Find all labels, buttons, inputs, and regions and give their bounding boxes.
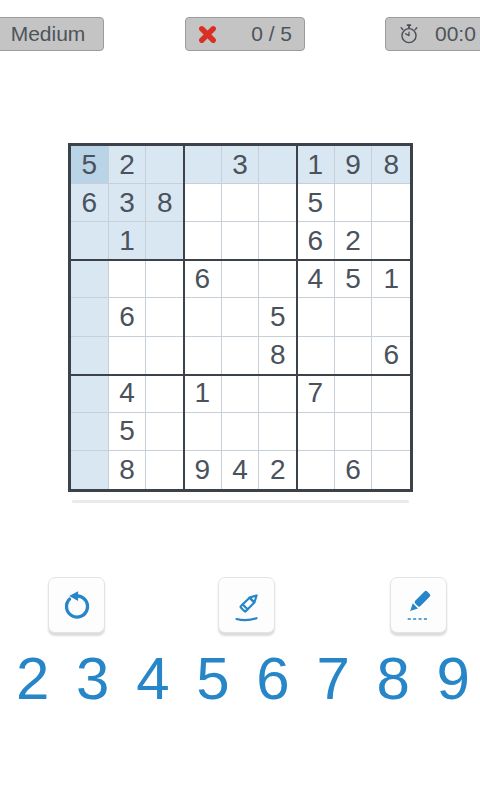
cell-r6c5[interactable] xyxy=(222,337,260,375)
difficulty-button[interactable]: Medium xyxy=(0,17,104,51)
cell-r3c2[interactable]: 1 xyxy=(109,222,147,260)
cell-r7c1[interactable] xyxy=(71,375,109,413)
cell-r8c7[interactable] xyxy=(297,413,335,451)
cell-r2c8[interactable] xyxy=(335,184,373,222)
cell-r3c4[interactable] xyxy=(184,222,222,260)
cell-r6c8[interactable] xyxy=(335,337,373,375)
digit-7-button[interactable]: 7 xyxy=(316,646,349,712)
cell-r1c1[interactable]: 5 xyxy=(71,146,109,184)
cell-r5c6[interactable]: 5 xyxy=(259,298,297,336)
cell-r4c3[interactable] xyxy=(146,260,184,298)
cell-r4c9[interactable]: 1 xyxy=(372,260,410,298)
pencil-button[interactable] xyxy=(390,577,447,633)
cell-r5c3[interactable] xyxy=(146,298,184,336)
cell-r9c9[interactable] xyxy=(372,451,410,489)
cell-r3c5[interactable] xyxy=(222,222,260,260)
cell-r5c8[interactable] xyxy=(335,298,373,336)
board-shadow xyxy=(72,500,409,503)
sudoku-board: 523198638516264516586417589426 xyxy=(68,143,413,492)
cell-r2c3[interactable]: 8 xyxy=(146,184,184,222)
cell-r5c4[interactable] xyxy=(184,298,222,336)
cell-r7c3[interactable] xyxy=(146,375,184,413)
eraser-button[interactable] xyxy=(218,577,275,633)
cell-r9c2[interactable]: 8 xyxy=(109,451,147,489)
cell-r3c7[interactable]: 6 xyxy=(297,222,335,260)
cell-r5c5[interactable] xyxy=(222,298,260,336)
mistakes-value: 0 / 5 xyxy=(251,22,292,46)
box-border-vertical-1 xyxy=(183,146,185,489)
cell-r1c4[interactable] xyxy=(184,146,222,184)
cell-r4c2[interactable] xyxy=(109,260,147,298)
cell-r7c6[interactable] xyxy=(259,375,297,413)
timer: 00:0 xyxy=(385,17,480,51)
cell-r6c9[interactable]: 6 xyxy=(372,337,410,375)
cell-r2c7[interactable]: 5 xyxy=(297,184,335,222)
digit-5-button[interactable]: 5 xyxy=(196,646,229,712)
cell-r1c9[interactable]: 8 xyxy=(372,146,410,184)
cell-r1c7[interactable]: 1 xyxy=(297,146,335,184)
cell-r7c8[interactable] xyxy=(335,375,373,413)
digit-4-button[interactable]: 4 xyxy=(136,646,169,712)
timer-value: 00:0 xyxy=(435,22,476,46)
cell-r9c5[interactable]: 4 xyxy=(222,451,260,489)
cell-r6c4[interactable] xyxy=(184,337,222,375)
cell-r9c1[interactable] xyxy=(71,451,109,489)
cell-r5c1[interactable] xyxy=(71,298,109,336)
cell-r8c1[interactable] xyxy=(71,413,109,451)
cell-r3c1[interactable] xyxy=(71,222,109,260)
cell-r4c7[interactable]: 4 xyxy=(297,260,335,298)
cell-r9c4[interactable]: 9 xyxy=(184,451,222,489)
difficulty-label: Medium xyxy=(11,22,86,46)
cell-r5c9[interactable] xyxy=(372,298,410,336)
box-border-horizontal-2 xyxy=(71,374,410,376)
cell-r7c2[interactable]: 4 xyxy=(109,375,147,413)
cell-r5c2[interactable]: 6 xyxy=(109,298,147,336)
digit-2-button[interactable]: 2 xyxy=(16,646,49,712)
cell-r8c3[interactable] xyxy=(146,413,184,451)
cell-r7c5[interactable] xyxy=(222,375,260,413)
cell-r7c9[interactable] xyxy=(372,375,410,413)
cell-r1c8[interactable]: 9 xyxy=(335,146,373,184)
undo-button[interactable] xyxy=(48,577,105,633)
cell-r9c8[interactable]: 6 xyxy=(335,451,373,489)
cell-r9c6[interactable]: 2 xyxy=(259,451,297,489)
cell-r2c1[interactable]: 6 xyxy=(71,184,109,222)
mistake-x-icon xyxy=(196,23,219,46)
cell-r4c6[interactable] xyxy=(259,260,297,298)
box-border-vertical-2 xyxy=(296,146,298,489)
cell-r8c5[interactable] xyxy=(222,413,260,451)
cell-r2c6[interactable] xyxy=(259,184,297,222)
cell-r2c5[interactable] xyxy=(222,184,260,222)
cell-r7c4[interactable]: 1 xyxy=(184,375,222,413)
cell-r6c2[interactable] xyxy=(109,337,147,375)
cell-r4c5[interactable] xyxy=(222,260,260,298)
cell-r2c4[interactable] xyxy=(184,184,222,222)
cell-r5c7[interactable] xyxy=(297,298,335,336)
mistakes-counter: 0 / 5 xyxy=(185,17,305,51)
undo-arrow-icon xyxy=(59,587,95,623)
cell-r2c9[interactable] xyxy=(372,184,410,222)
digit-9-button[interactable]: 9 xyxy=(437,646,470,712)
cell-r9c7[interactable] xyxy=(297,451,335,489)
cell-r8c6[interactable] xyxy=(259,413,297,451)
cell-r9c3[interactable] xyxy=(146,451,184,489)
cell-r6c7[interactable] xyxy=(297,337,335,375)
cell-r3c3[interactable] xyxy=(146,222,184,260)
cell-r8c4[interactable] xyxy=(184,413,222,451)
cell-r6c1[interactable] xyxy=(71,337,109,375)
eraser-pencil-icon xyxy=(228,587,265,624)
cell-r3c6[interactable] xyxy=(259,222,297,260)
cell-r7c7[interactable]: 7 xyxy=(297,375,335,413)
cell-r4c8[interactable]: 5 xyxy=(335,260,373,298)
cell-r4c4[interactable]: 6 xyxy=(184,260,222,298)
cell-r3c9[interactable] xyxy=(372,222,410,260)
digit-8-button[interactable]: 8 xyxy=(376,646,409,712)
pencil-icon xyxy=(400,587,437,624)
cell-r1c3[interactable] xyxy=(146,146,184,184)
cell-r6c3[interactable] xyxy=(146,337,184,375)
cell-r8c2[interactable]: 5 xyxy=(109,413,147,451)
cell-r2c2[interactable]: 3 xyxy=(109,184,147,222)
digit-3-button[interactable]: 3 xyxy=(76,646,109,712)
box-border-horizontal-1 xyxy=(71,259,410,261)
cell-r4c1[interactable] xyxy=(71,260,109,298)
digit-6-button[interactable]: 6 xyxy=(256,646,289,712)
number-pad: 23456789 xyxy=(16,646,470,712)
cell-r1c2[interactable]: 2 xyxy=(109,146,147,184)
cell-r3c8[interactable]: 2 xyxy=(335,222,373,260)
cell-r6c6[interactable]: 8 xyxy=(259,337,297,375)
stopwatch-icon xyxy=(396,21,422,47)
cell-r8c9[interactable] xyxy=(372,413,410,451)
app-screen: { "game": "sudoku", "position": "52..3.1… xyxy=(0,0,480,800)
cell-r1c5[interactable]: 3 xyxy=(222,146,260,184)
cell-r1c6[interactable] xyxy=(259,146,297,184)
cell-r8c8[interactable] xyxy=(335,413,373,451)
